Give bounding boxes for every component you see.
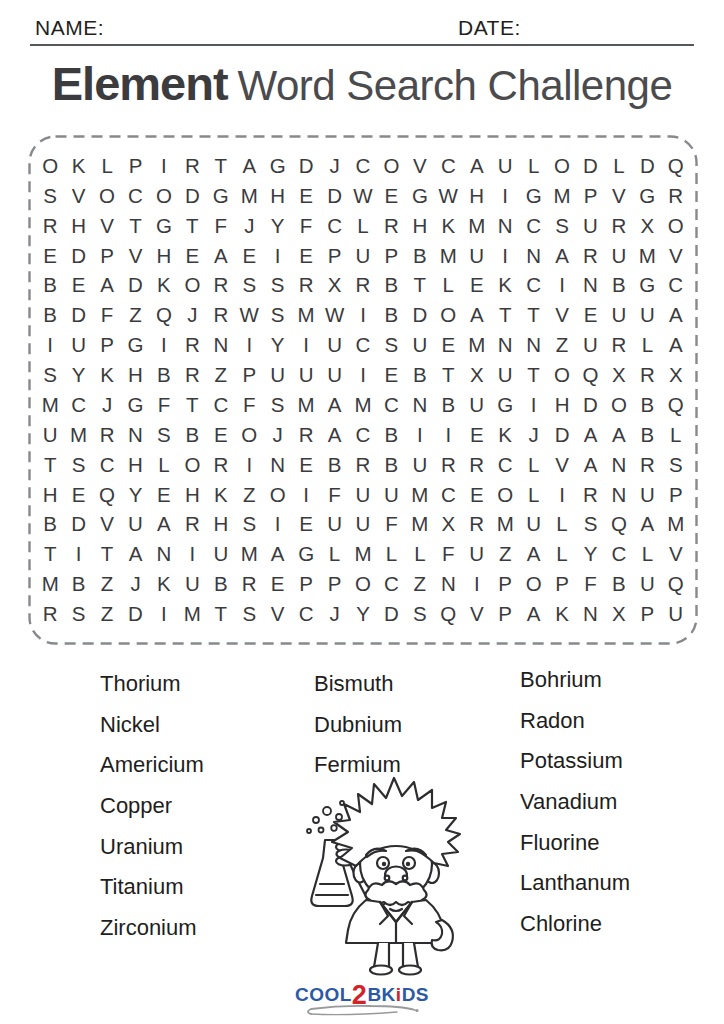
grid-cell[interactable]: A: [576, 450, 604, 480]
grid-cell[interactable]: P: [633, 599, 661, 629]
date-label[interactable]: DATE:: [458, 16, 521, 40]
grid-cell[interactable]: M: [235, 181, 263, 211]
grid-cell[interactable]: J: [93, 390, 121, 420]
grid-cell[interactable]: F: [377, 510, 405, 540]
grid-cell[interactable]: G: [121, 390, 149, 420]
grid-cell[interactable]: I: [263, 241, 291, 271]
grid-cell[interactable]: U: [320, 510, 348, 540]
name-label[interactable]: NAME:: [35, 16, 104, 40]
grid-cell[interactable]: U: [320, 360, 348, 390]
grid-cell[interactable]: S: [548, 211, 576, 241]
grid-cell[interactable]: M: [349, 390, 377, 420]
grid-cell[interactable]: I: [349, 360, 377, 390]
grid-cell[interactable]: B: [377, 300, 405, 330]
grid-cell[interactable]: M: [235, 539, 263, 569]
grid-cell[interactable]: C: [377, 569, 405, 599]
grid-cell[interactable]: U: [463, 390, 491, 420]
grid-cell[interactable]: U: [633, 300, 661, 330]
grid-cell[interactable]: U: [463, 241, 491, 271]
grid-cell[interactable]: C: [64, 390, 92, 420]
grid-cell[interactable]: L: [150, 450, 178, 480]
grid-cell[interactable]: R: [235, 569, 263, 599]
grid-cell[interactable]: K: [150, 569, 178, 599]
grid-cell[interactable]: T: [434, 360, 462, 390]
grid-cell[interactable]: F: [150, 390, 178, 420]
grid-cell[interactable]: Z: [93, 599, 121, 629]
grid-cell[interactable]: J: [320, 599, 348, 629]
grid-cell[interactable]: X: [320, 271, 348, 301]
grid-cell[interactable]: U: [605, 241, 633, 271]
grid-cell[interactable]: U: [406, 450, 434, 480]
grid-cell[interactable]: N: [491, 330, 519, 360]
grid-cell[interactable]: U: [292, 360, 320, 390]
grid-cell[interactable]: N: [263, 450, 291, 480]
grid-cell[interactable]: G: [633, 181, 661, 211]
grid-cell[interactable]: F: [576, 569, 604, 599]
grid-cell[interactable]: B: [633, 420, 661, 450]
grid-cell[interactable]: A: [93, 271, 121, 301]
grid-cell[interactable]: C: [662, 271, 690, 301]
grid-cell[interactable]: O: [235, 420, 263, 450]
grid-cell[interactable]: H: [36, 480, 64, 510]
grid-cell[interactable]: A: [463, 151, 491, 181]
grid-cell[interactable]: R: [178, 330, 206, 360]
grid-cell[interactable]: D: [64, 300, 92, 330]
grid-cell[interactable]: I: [150, 330, 178, 360]
grid-cell[interactable]: P: [662, 480, 690, 510]
grid-cell[interactable]: H: [150, 241, 178, 271]
grid-cell[interactable]: N: [150, 539, 178, 569]
grid-cell[interactable]: E: [292, 181, 320, 211]
grid-cell[interactable]: V: [121, 241, 149, 271]
grid-cell[interactable]: L: [93, 151, 121, 181]
grid-cell[interactable]: B: [605, 271, 633, 301]
grid-cell[interactable]: O: [178, 271, 206, 301]
grid-cell[interactable]: R: [576, 480, 604, 510]
grid-cell[interactable]: U: [349, 241, 377, 271]
grid-cell[interactable]: A: [519, 599, 547, 629]
grid-cell[interactable]: U: [633, 480, 661, 510]
grid-cell[interactable]: J: [263, 420, 291, 450]
grid-cell[interactable]: I: [36, 330, 64, 360]
grid-cell[interactable]: U: [406, 330, 434, 360]
grid-cell[interactable]: I: [463, 569, 491, 599]
grid-cell[interactable]: S: [64, 450, 92, 480]
grid-cell[interactable]: L: [548, 510, 576, 540]
grid-cell[interactable]: I: [349, 300, 377, 330]
grid-cell[interactable]: D: [64, 510, 92, 540]
grid-cell[interactable]: Y: [263, 330, 291, 360]
grid-cell[interactable]: O: [263, 480, 291, 510]
grid-cell[interactable]: I: [519, 390, 547, 420]
grid-cell[interactable]: W: [320, 300, 348, 330]
grid-cell[interactable]: U: [633, 569, 661, 599]
grid-cell[interactable]: U: [349, 510, 377, 540]
grid-cell[interactable]: C: [605, 539, 633, 569]
grid-cell[interactable]: O: [662, 211, 690, 241]
grid-cell[interactable]: L: [519, 151, 547, 181]
grid-cell[interactable]: U: [491, 360, 519, 390]
grid-cell[interactable]: V: [93, 510, 121, 540]
grid-cell[interactable]: G: [633, 271, 661, 301]
grid-cell[interactable]: C: [519, 211, 547, 241]
grid-cell[interactable]: E: [377, 360, 405, 390]
grid-cell[interactable]: O: [349, 569, 377, 599]
grid-cell[interactable]: E: [292, 241, 320, 271]
grid-cell[interactable]: P: [491, 569, 519, 599]
grid-cell[interactable]: M: [463, 211, 491, 241]
grid-cell[interactable]: B: [605, 569, 633, 599]
grid-cell[interactable]: Z: [235, 480, 263, 510]
grid-cell[interactable]: V: [406, 151, 434, 181]
grid-cell[interactable]: M: [633, 241, 661, 271]
grid-cell[interactable]: A: [320, 420, 348, 450]
grid-cell[interactable]: R: [93, 420, 121, 450]
grid-cell[interactable]: P: [548, 569, 576, 599]
grid-cell[interactable]: N: [207, 330, 235, 360]
grid-cell[interactable]: S: [235, 510, 263, 540]
grid-cell[interactable]: D: [178, 181, 206, 211]
grid-cell[interactable]: C: [320, 211, 348, 241]
grid-cell[interactable]: S: [406, 599, 434, 629]
grid-cell[interactable]: F: [207, 211, 235, 241]
grid-cell[interactable]: X: [463, 360, 491, 390]
grid-cell[interactable]: R: [463, 510, 491, 540]
grid-cell[interactable]: V: [93, 211, 121, 241]
grid-cell[interactable]: L: [320, 539, 348, 569]
grid-cell[interactable]: R: [605, 330, 633, 360]
grid-cell[interactable]: B: [150, 360, 178, 390]
grid-cell[interactable]: U: [263, 360, 291, 390]
grid-cell[interactable]: D: [377, 599, 405, 629]
grid-cell[interactable]: I: [64, 539, 92, 569]
grid-cell[interactable]: H: [121, 360, 149, 390]
grid-cell[interactable]: D: [406, 300, 434, 330]
grid-cell[interactable]: R: [349, 271, 377, 301]
grid-cell[interactable]: B: [434, 390, 462, 420]
grid-cell[interactable]: R: [178, 360, 206, 390]
grid-cell[interactable]: A: [207, 241, 235, 271]
grid-cell[interactable]: I: [178, 539, 206, 569]
grid-cell[interactable]: N: [519, 330, 547, 360]
grid-cell[interactable]: P: [320, 569, 348, 599]
grid-cell[interactable]: H: [548, 390, 576, 420]
grid-cell[interactable]: Z: [548, 330, 576, 360]
grid-cell[interactable]: N: [576, 599, 604, 629]
grid-cell[interactable]: F: [235, 390, 263, 420]
grid-cell[interactable]: T: [36, 539, 64, 569]
grid-cell[interactable]: S: [64, 599, 92, 629]
grid-cell[interactable]: U: [605, 300, 633, 330]
grid-cell[interactable]: G: [292, 539, 320, 569]
grid-cell[interactable]: W: [434, 181, 462, 211]
grid-cell[interactable]: U: [349, 480, 377, 510]
grid-cell[interactable]: C: [349, 420, 377, 450]
grid-cell[interactable]: M: [64, 420, 92, 450]
grid-cell[interactable]: Z: [207, 360, 235, 390]
grid-cell[interactable]: I: [235, 330, 263, 360]
grid-cell[interactable]: N: [491, 211, 519, 241]
grid-cell[interactable]: E: [463, 271, 491, 301]
grid-cell[interactable]: A: [463, 300, 491, 330]
grid-cell[interactable]: L: [349, 211, 377, 241]
grid-cell[interactable]: G: [263, 151, 291, 181]
grid-cell[interactable]: C: [93, 450, 121, 480]
grid-cell[interactable]: L: [633, 330, 661, 360]
grid-cell[interactable]: I: [548, 480, 576, 510]
grid-cell[interactable]: B: [207, 569, 235, 599]
grid-cell[interactable]: Q: [662, 151, 690, 181]
grid-cell[interactable]: S: [662, 450, 690, 480]
grid-cell[interactable]: H: [64, 211, 92, 241]
grid-cell[interactable]: D: [576, 390, 604, 420]
grid-cell[interactable]: T: [178, 211, 206, 241]
grid-cell[interactable]: X: [633, 211, 661, 241]
grid-cell[interactable]: R: [434, 450, 462, 480]
grid-cell[interactable]: I: [491, 241, 519, 271]
grid-cell[interactable]: D: [121, 599, 149, 629]
grid-cell[interactable]: E: [207, 420, 235, 450]
grid-cell[interactable]: L: [662, 420, 690, 450]
grid-cell[interactable]: X: [605, 599, 633, 629]
grid-cell[interactable]: O: [150, 181, 178, 211]
grid-cell[interactable]: C: [349, 330, 377, 360]
grid-cell[interactable]: N: [121, 420, 149, 450]
grid-cell[interactable]: A: [605, 420, 633, 450]
grid-cell[interactable]: E: [263, 569, 291, 599]
grid-cell[interactable]: E: [463, 420, 491, 450]
grid-cell[interactable]: N: [605, 450, 633, 480]
grid-cell[interactable]: T: [207, 599, 235, 629]
grid-cell[interactable]: W: [349, 181, 377, 211]
grid-cell[interactable]: I: [235, 450, 263, 480]
grid-cell[interactable]: A: [519, 539, 547, 569]
grid-cell[interactable]: F: [93, 300, 121, 330]
grid-cell[interactable]: I: [150, 151, 178, 181]
grid-cell[interactable]: A: [320, 390, 348, 420]
grid-cell[interactable]: V: [548, 300, 576, 330]
grid-cell[interactable]: M: [406, 510, 434, 540]
grid-cell[interactable]: G: [406, 181, 434, 211]
grid-cell[interactable]: O: [605, 390, 633, 420]
grid-cell[interactable]: H: [121, 450, 149, 480]
grid-cell[interactable]: P: [93, 241, 121, 271]
grid-cell[interactable]: E: [64, 480, 92, 510]
grid-cell[interactable]: T: [491, 300, 519, 330]
grid-cell[interactable]: F: [434, 539, 462, 569]
grid-cell[interactable]: P: [377, 241, 405, 271]
grid-cell[interactable]: R: [178, 510, 206, 540]
grid-cell[interactable]: G: [491, 390, 519, 420]
grid-cell[interactable]: B: [320, 450, 348, 480]
grid-cell[interactable]: D: [576, 151, 604, 181]
grid-cell[interactable]: P: [320, 241, 348, 271]
grid-cell[interactable]: C: [434, 480, 462, 510]
grid-cell[interactable]: G: [519, 181, 547, 211]
grid-cell[interactable]: N: [519, 241, 547, 271]
grid-cell[interactable]: C: [292, 599, 320, 629]
grid-cell[interactable]: U: [36, 420, 64, 450]
grid-cell[interactable]: O: [178, 450, 206, 480]
grid-cell[interactable]: U: [519, 510, 547, 540]
grid-cell[interactable]: B: [36, 271, 64, 301]
grid-cell[interactable]: N: [406, 390, 434, 420]
grid-cell[interactable]: O: [491, 480, 519, 510]
grid-cell[interactable]: O: [548, 151, 576, 181]
grid-cell[interactable]: X: [434, 510, 462, 540]
grid-cell[interactable]: N: [434, 569, 462, 599]
grid-cell[interactable]: B: [36, 300, 64, 330]
grid-cell[interactable]: T: [207, 151, 235, 181]
grid-cell[interactable]: Q: [662, 569, 690, 599]
grid-cell[interactable]: H: [406, 211, 434, 241]
grid-cell[interactable]: J: [121, 569, 149, 599]
grid-cell[interactable]: Q: [576, 360, 604, 390]
grid-cell[interactable]: L: [548, 539, 576, 569]
grid-cell[interactable]: N: [576, 271, 604, 301]
grid-cell[interactable]: C: [349, 151, 377, 181]
grid-cell[interactable]: Z: [491, 539, 519, 569]
grid-cell[interactable]: E: [178, 241, 206, 271]
grid-cell[interactable]: R: [349, 450, 377, 480]
grid-cell[interactable]: L: [519, 480, 547, 510]
grid-cell[interactable]: S: [263, 390, 291, 420]
grid-cell[interactable]: R: [207, 271, 235, 301]
grid-cell[interactable]: C: [377, 390, 405, 420]
grid-cell[interactable]: B: [633, 390, 661, 420]
grid-cell[interactable]: D: [292, 151, 320, 181]
grid-cell[interactable]: I: [548, 271, 576, 301]
grid-cell[interactable]: W: [235, 300, 263, 330]
grid-cell[interactable]: Q: [150, 300, 178, 330]
grid-cell[interactable]: S: [36, 181, 64, 211]
grid-cell[interactable]: Q: [434, 599, 462, 629]
grid-cell[interactable]: J: [178, 300, 206, 330]
grid-cell[interactable]: U: [207, 539, 235, 569]
grid-cell[interactable]: M: [178, 599, 206, 629]
grid-cell[interactable]: R: [178, 151, 206, 181]
grid-cell[interactable]: O: [519, 569, 547, 599]
grid-cell[interactable]: B: [406, 360, 434, 390]
grid-cell[interactable]: F: [292, 211, 320, 241]
grid-cell[interactable]: V: [605, 181, 633, 211]
grid-cell[interactable]: Y: [263, 211, 291, 241]
grid-cell[interactable]: M: [36, 569, 64, 599]
grid-cell[interactable]: S: [36, 360, 64, 390]
grid-cell[interactable]: I: [263, 510, 291, 540]
grid-cell[interactable]: Y: [121, 480, 149, 510]
grid-cell[interactable]: U: [377, 480, 405, 510]
grid-cell[interactable]: E: [434, 330, 462, 360]
grid-cell[interactable]: U: [320, 330, 348, 360]
grid-cell[interactable]: B: [377, 420, 405, 450]
grid-cell[interactable]: F: [320, 480, 348, 510]
grid-cell[interactable]: P: [491, 599, 519, 629]
grid-cell[interactable]: Y: [349, 599, 377, 629]
grid-cell[interactable]: S: [235, 599, 263, 629]
grid-cell[interactable]: D: [320, 181, 348, 211]
grid-cell[interactable]: I: [292, 330, 320, 360]
grid-cell[interactable]: A: [150, 510, 178, 540]
grid-cell[interactable]: H: [178, 480, 206, 510]
grid-cell[interactable]: T: [121, 211, 149, 241]
grid-cell[interactable]: B: [406, 241, 434, 271]
grid-cell[interactable]: T: [178, 390, 206, 420]
grid-cell[interactable]: M: [349, 539, 377, 569]
grid-cell[interactable]: Q: [605, 510, 633, 540]
grid-cell[interactable]: R: [207, 300, 235, 330]
grid-cell[interactable]: E: [292, 510, 320, 540]
grid-cell[interactable]: E: [377, 181, 405, 211]
grid-cell[interactable]: E: [36, 241, 64, 271]
grid-cell[interactable]: O: [434, 300, 462, 330]
grid-cell[interactable]: O: [36, 151, 64, 181]
grid-cell[interactable]: U: [576, 211, 604, 241]
grid-cell[interactable]: K: [93, 360, 121, 390]
grid-cell[interactable]: J: [235, 211, 263, 241]
grid-cell[interactable]: M: [406, 480, 434, 510]
grid-cell[interactable]: L: [519, 450, 547, 480]
grid-cell[interactable]: R: [633, 360, 661, 390]
grid-cell[interactable]: Y: [576, 539, 604, 569]
grid-cell[interactable]: G: [150, 211, 178, 241]
grid-cell[interactable]: K: [491, 420, 519, 450]
grid-cell[interactable]: T: [519, 300, 547, 330]
grid-cell[interactable]: E: [292, 450, 320, 480]
grid-cell[interactable]: H: [207, 510, 235, 540]
grid-cell[interactable]: O: [548, 360, 576, 390]
grid-cell[interactable]: C: [519, 271, 547, 301]
grid-cell[interactable]: R: [605, 211, 633, 241]
grid-cell[interactable]: M: [292, 390, 320, 420]
grid-cell[interactable]: P: [292, 569, 320, 599]
grid-cell[interactable]: B: [377, 271, 405, 301]
grid-cell[interactable]: U: [178, 569, 206, 599]
grid-cell[interactable]: R: [463, 450, 491, 480]
grid-cell[interactable]: S: [263, 300, 291, 330]
grid-cell[interactable]: G: [121, 330, 149, 360]
grid-cell[interactable]: E: [64, 271, 92, 301]
grid-cell[interactable]: M: [463, 330, 491, 360]
grid-cell[interactable]: M: [434, 241, 462, 271]
grid-cell[interactable]: C: [207, 390, 235, 420]
grid-cell[interactable]: N: [605, 480, 633, 510]
grid-cell[interactable]: K: [207, 480, 235, 510]
grid-cell[interactable]: B: [377, 450, 405, 480]
grid-cell[interactable]: M: [36, 390, 64, 420]
grid-cell[interactable]: L: [377, 539, 405, 569]
grid-cell[interactable]: Z: [121, 300, 149, 330]
grid-cell[interactable]: B: [36, 510, 64, 540]
grid-cell[interactable]: Z: [93, 569, 121, 599]
grid-cell[interactable]: V: [662, 241, 690, 271]
grid-cell[interactable]: R: [576, 241, 604, 271]
grid-cell[interactable]: R: [633, 450, 661, 480]
grid-cell[interactable]: A: [235, 151, 263, 181]
grid-cell[interactable]: E: [463, 480, 491, 510]
grid-cell[interactable]: A: [662, 300, 690, 330]
grid-cell[interactable]: R: [377, 211, 405, 241]
grid-cell[interactable]: A: [576, 420, 604, 450]
grid-cell[interactable]: E: [150, 480, 178, 510]
grid-cell[interactable]: D: [633, 151, 661, 181]
grid-cell[interactable]: Y: [64, 360, 92, 390]
grid-cell[interactable]: M: [491, 510, 519, 540]
grid-cell[interactable]: C: [121, 181, 149, 211]
grid-cell[interactable]: S: [263, 271, 291, 301]
grid-cell[interactable]: R: [662, 181, 690, 211]
grid-cell[interactable]: Q: [662, 390, 690, 420]
